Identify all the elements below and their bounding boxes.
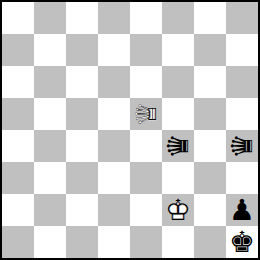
square-b5[interactable] <box>34 98 66 130</box>
square-e8[interactable] <box>130 2 162 34</box>
square-d6[interactable] <box>98 66 130 98</box>
square-e6[interactable] <box>130 66 162 98</box>
square-a2[interactable] <box>2 194 34 226</box>
square-f6[interactable] <box>162 66 194 98</box>
square-c1[interactable] <box>66 226 98 258</box>
square-a8[interactable] <box>2 2 34 34</box>
square-g6[interactable] <box>194 66 226 98</box>
piece-white-king[interactable]: ♚♔ <box>162 194 194 226</box>
square-c5[interactable] <box>66 98 98 130</box>
square-d5[interactable] <box>98 98 130 130</box>
square-g1[interactable] <box>194 226 226 258</box>
square-a1[interactable] <box>2 226 34 258</box>
square-c8[interactable] <box>66 2 98 34</box>
square-e2[interactable] <box>130 194 162 226</box>
square-f7[interactable] <box>162 34 194 66</box>
square-a6[interactable] <box>2 66 34 98</box>
square-f5[interactable] <box>162 98 194 130</box>
square-c7[interactable] <box>66 34 98 66</box>
black-rotated-queen-glyph: ♛ <box>226 130 258 162</box>
square-f1[interactable] <box>162 226 194 258</box>
square-d3[interactable] <box>98 162 130 194</box>
square-d7[interactable] <box>98 34 130 66</box>
square-e5[interactable]: ♛♕ <box>130 98 162 130</box>
white-king-outline-glyph: ♔ <box>162 194 194 226</box>
square-h6[interactable] <box>226 66 258 98</box>
black-pawn-glyph: ♟ <box>226 194 258 226</box>
square-g4[interactable] <box>194 130 226 162</box>
square-e4[interactable] <box>130 130 162 162</box>
square-h4[interactable]: ♛ <box>226 130 258 162</box>
piece-black-pawn[interactable]: ♟ <box>226 194 258 226</box>
square-c4[interactable] <box>66 130 98 162</box>
square-b1[interactable] <box>34 226 66 258</box>
square-g2[interactable] <box>194 194 226 226</box>
square-f8[interactable] <box>162 2 194 34</box>
square-h2[interactable]: ♟ <box>226 194 258 226</box>
square-f3[interactable] <box>162 162 194 194</box>
square-e7[interactable] <box>130 34 162 66</box>
white-rotated-queen-outline-glyph: ♕ <box>130 98 162 130</box>
piece-black-rotated-queen[interactable]: ♛ <box>162 130 194 162</box>
square-g8[interactable] <box>194 2 226 34</box>
square-b7[interactable] <box>34 34 66 66</box>
square-h5[interactable] <box>226 98 258 130</box>
square-a4[interactable] <box>2 130 34 162</box>
square-b2[interactable] <box>34 194 66 226</box>
chess-board: ♛♕♛♛♚♔♟♚ <box>0 0 260 260</box>
square-b3[interactable] <box>34 162 66 194</box>
square-d8[interactable] <box>98 2 130 34</box>
square-g3[interactable] <box>194 162 226 194</box>
black-rotated-queen-glyph: ♛ <box>162 130 194 162</box>
square-h7[interactable] <box>226 34 258 66</box>
square-g5[interactable] <box>194 98 226 130</box>
piece-white-rotated-queen[interactable]: ♛♕ <box>130 98 162 130</box>
square-a7[interactable] <box>2 34 34 66</box>
square-d2[interactable] <box>98 194 130 226</box>
square-c6[interactable] <box>66 66 98 98</box>
square-e3[interactable] <box>130 162 162 194</box>
square-d4[interactable] <box>98 130 130 162</box>
square-h1[interactable]: ♚ <box>226 226 258 258</box>
square-h8[interactable] <box>226 2 258 34</box>
square-c2[interactable] <box>66 194 98 226</box>
square-b4[interactable] <box>34 130 66 162</box>
piece-black-king[interactable]: ♚ <box>226 226 258 258</box>
square-a3[interactable] <box>2 162 34 194</box>
square-b6[interactable] <box>34 66 66 98</box>
black-king-glyph: ♚ <box>226 226 258 258</box>
square-a5[interactable] <box>2 98 34 130</box>
square-g7[interactable] <box>194 34 226 66</box>
square-h3[interactable] <box>226 162 258 194</box>
square-b8[interactable] <box>34 2 66 34</box>
square-c3[interactable] <box>66 162 98 194</box>
square-f2[interactable]: ♚♔ <box>162 194 194 226</box>
square-f4[interactable]: ♛ <box>162 130 194 162</box>
square-e1[interactable] <box>130 226 162 258</box>
piece-black-rotated-queen[interactable]: ♛ <box>226 130 258 162</box>
square-d1[interactable] <box>98 226 130 258</box>
